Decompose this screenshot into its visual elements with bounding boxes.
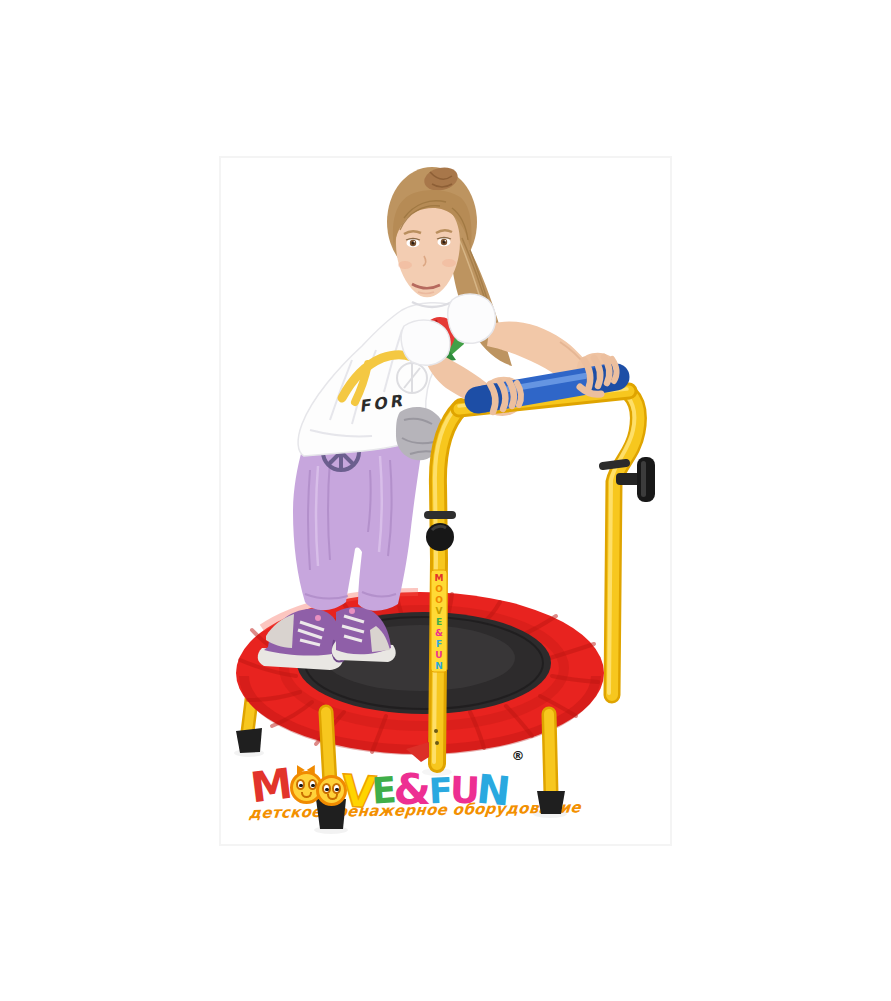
bow-icon <box>297 765 315 775</box>
svg-text:V: V <box>436 606 443 616</box>
svg-text:&: & <box>435 628 443 638</box>
height-adjust-knob-front <box>426 523 454 551</box>
registered-mark: ® <box>511 749 524 762</box>
svg-text:U: U <box>435 650 442 660</box>
svg-text:O: O <box>435 584 443 594</box>
pole-screw <box>434 729 438 733</box>
brand-word: M V E & F U N ® <box>251 747 524 809</box>
svg-text:M: M <box>435 573 444 583</box>
sleeve-far <box>448 294 496 343</box>
photo-scene: FOR M O O V E & F U N <box>0 0 891 1001</box>
brand-letter: & <box>393 768 431 811</box>
handlebar-right-pole <box>603 394 638 695</box>
pole-sticker: M O O V E & F U N <box>431 570 447 672</box>
pole-joint-band <box>603 463 626 466</box>
svg-text:F: F <box>436 639 442 649</box>
brand-letter: M <box>248 763 295 810</box>
svg-text:N: N <box>435 661 443 671</box>
brand-letter: N <box>475 768 512 811</box>
pole-screw <box>435 741 439 745</box>
sleeve-near <box>401 320 450 365</box>
svg-text:E: E <box>436 617 442 627</box>
girl-pants <box>293 434 424 611</box>
product-photo-page: детское тренажерное оборудование <box>0 0 891 1001</box>
svg-text:O: O <box>435 595 443 605</box>
